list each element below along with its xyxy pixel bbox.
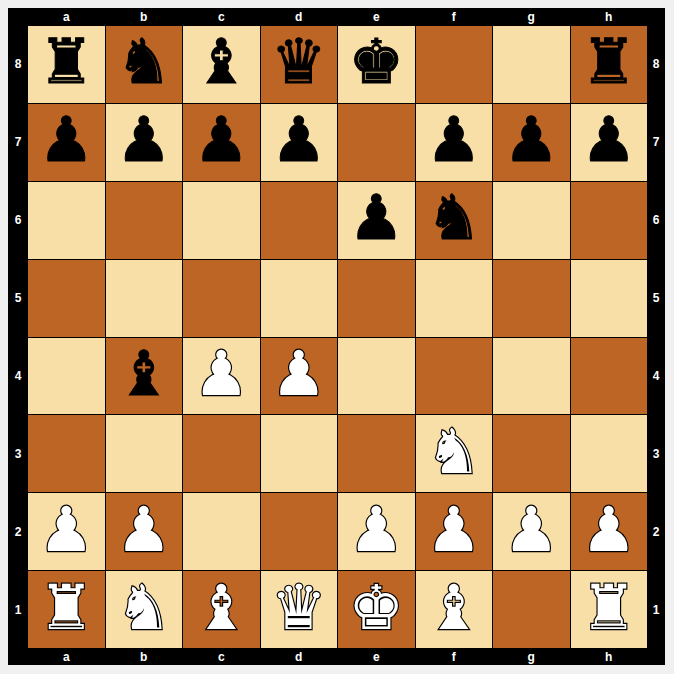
- rank-label-8: 8: [8, 26, 28, 103]
- square-h4[interactable]: [571, 338, 648, 415]
- piece-black-bishop[interactable]: ♝: [116, 343, 172, 405]
- square-f8[interactable]: [416, 26, 493, 103]
- piece-black-pawn[interactable]: ♟: [581, 109, 637, 171]
- piece-black-rook[interactable]: ♜: [581, 31, 637, 93]
- square-a3[interactable]: [28, 415, 105, 492]
- square-g6[interactable]: [493, 182, 570, 259]
- rank-label-5: 5: [8, 260, 28, 337]
- file-label-a: a: [28, 8, 105, 26]
- square-d3[interactable]: [261, 415, 338, 492]
- rank-label-6: 6: [647, 182, 665, 259]
- square-f1[interactable]: ♝: [416, 571, 493, 648]
- file-labels-bottom: abcdefgh: [28, 648, 647, 665]
- square-c2[interactable]: [183, 493, 260, 570]
- piece-white-pawn[interactable]: ♟: [116, 499, 172, 561]
- file-label-g: g: [493, 648, 570, 665]
- square-e3[interactable]: [338, 415, 415, 492]
- piece-black-pawn[interactable]: ♟: [38, 109, 94, 171]
- rank-label-4: 4: [647, 338, 665, 415]
- piece-black-pawn[interactable]: ♟: [426, 109, 482, 171]
- piece-black-pawn[interactable]: ♟: [116, 109, 172, 171]
- rank-label-4: 4: [8, 338, 28, 415]
- square-f4[interactable]: [416, 338, 493, 415]
- square-a5[interactable]: [28, 260, 105, 337]
- piece-black-pawn[interactable]: ♟: [271, 109, 327, 171]
- rank-labels-right: 87654321: [647, 26, 665, 648]
- square-d2[interactable]: [261, 493, 338, 570]
- square-g4[interactable]: [493, 338, 570, 415]
- square-h1[interactable]: ♜: [571, 571, 648, 648]
- square-e8[interactable]: ♚: [338, 26, 415, 103]
- square-c7[interactable]: ♟: [183, 104, 260, 181]
- square-g2[interactable]: ♟: [493, 493, 570, 570]
- square-a8[interactable]: ♜: [28, 26, 105, 103]
- piece-black-king[interactable]: ♚: [348, 31, 404, 93]
- board: ♜♞♝♛♚♜♟♟♟♟♟♟♟♟♞♝♟♟♞♟♟♟♟♟♟♜♞♝♛♚♝♜: [28, 26, 647, 648]
- square-h8[interactable]: ♜: [571, 26, 648, 103]
- piece-black-pawn[interactable]: ♟: [348, 187, 404, 249]
- piece-black-knight[interactable]: ♞: [426, 187, 482, 249]
- piece-white-pawn[interactable]: ♟: [38, 499, 94, 561]
- rank-label-5: 5: [647, 260, 665, 337]
- square-e7[interactable]: [338, 104, 415, 181]
- square-h2[interactable]: ♟: [571, 493, 648, 570]
- square-f5[interactable]: [416, 260, 493, 337]
- file-label-d: d: [261, 648, 338, 665]
- piece-black-pawn[interactable]: ♟: [193, 109, 249, 171]
- file-label-b: b: [106, 648, 183, 665]
- file-label-h: h: [571, 648, 648, 665]
- piece-white-king[interactable]: ♚: [348, 577, 404, 639]
- square-a6[interactable]: [28, 182, 105, 259]
- rank-label-1: 1: [647, 571, 665, 648]
- piece-black-bishop[interactable]: ♝: [193, 31, 249, 93]
- file-label-e: e: [338, 8, 415, 26]
- piece-white-knight[interactable]: ♞: [116, 577, 172, 639]
- file-label-f: f: [416, 648, 493, 665]
- rank-labels-left: 87654321: [8, 26, 28, 648]
- square-h5[interactable]: [571, 260, 648, 337]
- square-f6[interactable]: ♞: [416, 182, 493, 259]
- rank-label-2: 2: [8, 493, 28, 570]
- square-b7[interactable]: ♟: [106, 104, 183, 181]
- piece-white-pawn[interactable]: ♟: [193, 343, 249, 405]
- square-a4[interactable]: [28, 338, 105, 415]
- rank-label-3: 3: [8, 415, 28, 492]
- square-h7[interactable]: ♟: [571, 104, 648, 181]
- piece-black-queen[interactable]: ♛: [271, 31, 327, 93]
- rank-label-1: 1: [8, 571, 28, 648]
- file-label-f: f: [416, 8, 493, 26]
- square-e1[interactable]: ♚: [338, 571, 415, 648]
- piece-white-pawn[interactable]: ♟: [581, 499, 637, 561]
- square-a1[interactable]: ♜: [28, 571, 105, 648]
- piece-black-pawn[interactable]: ♟: [503, 109, 559, 171]
- square-f7[interactable]: ♟: [416, 104, 493, 181]
- square-c5[interactable]: [183, 260, 260, 337]
- square-d1[interactable]: ♛: [261, 571, 338, 648]
- square-g7[interactable]: ♟: [493, 104, 570, 181]
- chessboard-frame: abcdefgh 87654321 ♜♞♝♛♚♜♟♟♟♟♟♟♟♟♞♝♟♟♞♟♟♟…: [8, 8, 665, 665]
- square-b1[interactable]: ♞: [106, 571, 183, 648]
- file-label-b: b: [106, 8, 183, 26]
- piece-white-queen[interactable]: ♛: [271, 577, 327, 639]
- file-label-h: h: [571, 8, 648, 26]
- square-h6[interactable]: [571, 182, 648, 259]
- piece-black-knight[interactable]: ♞: [116, 31, 172, 93]
- square-e2[interactable]: ♟: [338, 493, 415, 570]
- square-g8[interactable]: [493, 26, 570, 103]
- square-g1[interactable]: [493, 571, 570, 648]
- square-b4[interactable]: ♝: [106, 338, 183, 415]
- piece-white-pawn[interactable]: ♟: [503, 499, 559, 561]
- piece-white-pawn[interactable]: ♟: [271, 343, 327, 405]
- rank-label-7: 7: [8, 104, 28, 181]
- square-b3[interactable]: [106, 415, 183, 492]
- piece-white-rook[interactable]: ♜: [581, 577, 637, 639]
- piece-white-bishop[interactable]: ♝: [193, 577, 249, 639]
- square-a2[interactable]: ♟: [28, 493, 105, 570]
- piece-black-rook[interactable]: ♜: [38, 31, 94, 93]
- square-g3[interactable]: [493, 415, 570, 492]
- file-label-d: d: [261, 8, 338, 26]
- square-d4[interactable]: ♟: [261, 338, 338, 415]
- piece-white-knight[interactable]: ♞: [426, 421, 482, 483]
- file-labels-top: abcdefgh: [28, 8, 647, 26]
- rank-label-2: 2: [647, 493, 665, 570]
- square-d8[interactable]: ♛: [261, 26, 338, 103]
- square-g5[interactable]: [493, 260, 570, 337]
- file-label-c: c: [183, 648, 260, 665]
- rank-label-3: 3: [647, 415, 665, 492]
- square-f2[interactable]: ♟: [416, 493, 493, 570]
- file-label-a: a: [28, 648, 105, 665]
- square-b2[interactable]: ♟: [106, 493, 183, 570]
- square-b6[interactable]: [106, 182, 183, 259]
- piece-white-bishop[interactable]: ♝: [426, 577, 482, 639]
- rank-label-8: 8: [647, 26, 665, 103]
- square-e4[interactable]: [338, 338, 415, 415]
- square-a7[interactable]: ♟: [28, 104, 105, 181]
- square-b8[interactable]: ♞: [106, 26, 183, 103]
- piece-white-pawn[interactable]: ♟: [348, 499, 404, 561]
- square-h3[interactable]: [571, 415, 648, 492]
- square-e6[interactable]: ♟: [338, 182, 415, 259]
- square-c4[interactable]: ♟: [183, 338, 260, 415]
- square-d5[interactable]: [261, 260, 338, 337]
- file-label-e: e: [338, 648, 415, 665]
- piece-white-rook[interactable]: ♜: [38, 577, 94, 639]
- file-label-g: g: [493, 8, 570, 26]
- square-b5[interactable]: [106, 260, 183, 337]
- rank-label-7: 7: [647, 104, 665, 181]
- square-c8[interactable]: ♝: [183, 26, 260, 103]
- square-c1[interactable]: ♝: [183, 571, 260, 648]
- square-d6[interactable]: [261, 182, 338, 259]
- square-e5[interactable]: [338, 260, 415, 337]
- piece-white-pawn[interactable]: ♟: [426, 499, 482, 561]
- square-c3[interactable]: [183, 415, 260, 492]
- square-f3[interactable]: ♞: [416, 415, 493, 492]
- square-d7[interactable]: ♟: [261, 104, 338, 181]
- file-label-c: c: [183, 8, 260, 26]
- rank-label-6: 6: [8, 182, 28, 259]
- square-c6[interactable]: [183, 182, 260, 259]
